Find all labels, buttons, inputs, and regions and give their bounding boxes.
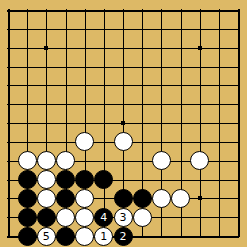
- grid-line-horizontal: [7, 10, 239, 12]
- white-stone: [152, 189, 171, 208]
- black-stone: [75, 170, 94, 189]
- black-stone: [94, 170, 113, 189]
- grid-line-horizontal: [7, 85, 239, 86]
- star-point: [198, 196, 202, 200]
- white-stone: [18, 151, 37, 170]
- star-point: [121, 121, 125, 125]
- white-stone: [75, 189, 94, 208]
- white-stone: [75, 132, 94, 151]
- black-stone: [56, 170, 75, 189]
- star-point: [198, 46, 202, 50]
- black-stone: [18, 227, 37, 246]
- grid-line-horizontal: [7, 104, 239, 105]
- white-stone: [37, 189, 56, 208]
- grid-line-horizontal: [7, 29, 239, 30]
- black-stone: [18, 189, 37, 208]
- black-stone: [18, 170, 37, 189]
- white-stone: [56, 151, 75, 170]
- white-stone: [37, 151, 56, 170]
- white-stone: [190, 151, 209, 170]
- black-stone: [56, 189, 75, 208]
- grid-line-horizontal: [7, 67, 239, 68]
- grid-line-horizontal: [7, 48, 239, 49]
- white-stone: [75, 208, 94, 227]
- white-stone-move-3: 3: [114, 208, 133, 227]
- star-point: [44, 46, 48, 50]
- white-stone: [75, 227, 94, 246]
- white-stone: [56, 208, 75, 227]
- black-stone: [114, 189, 133, 208]
- go-board: 43512: [0, 0, 247, 247]
- white-stone-move-5: 5: [37, 227, 56, 246]
- white-stone: [171, 189, 190, 208]
- white-stone: [37, 170, 56, 189]
- black-stone: [56, 227, 75, 246]
- white-stone: [114, 132, 133, 151]
- white-stone: [133, 208, 152, 227]
- black-stone: [133, 189, 152, 208]
- white-stone: [152, 151, 171, 170]
- black-stone-move-2: 2: [114, 227, 133, 246]
- black-stone: [37, 208, 56, 227]
- white-stone-move-1: 1: [94, 227, 113, 246]
- black-stone-move-4: 4: [94, 208, 113, 227]
- black-stone: [18, 208, 37, 227]
